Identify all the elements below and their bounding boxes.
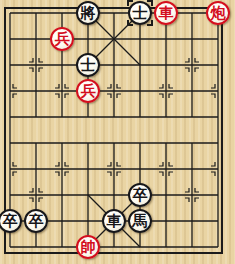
piece-black-advisor[interactable]: 士 <box>128 1 152 25</box>
piece-layer: 將士車炮兵士兵卒卒卒車馬帥 <box>0 0 231 260</box>
piece-black-pawn[interactable]: 卒 <box>0 209 22 233</box>
piece-red-pawn[interactable]: 兵 <box>50 27 74 51</box>
piece-black-horse[interactable]: 馬 <box>128 209 152 233</box>
piece-black-pawn[interactable]: 卒 <box>128 183 152 207</box>
piece-red-rook[interactable]: 車 <box>154 1 178 25</box>
piece-black-general[interactable]: 將 <box>76 1 100 25</box>
piece-red-king[interactable]: 帥 <box>76 235 100 259</box>
piece-red-pawn[interactable]: 兵 <box>76 79 100 103</box>
piece-red-cannon[interactable]: 炮 <box>206 1 230 25</box>
piece-black-advisor[interactable]: 士 <box>76 53 100 77</box>
piece-black-pawn[interactable]: 卒 <box>24 209 48 233</box>
piece-black-rook[interactable]: 車 <box>102 209 126 233</box>
xiangqi-board: 將士車炮兵士兵卒卒卒車馬帥 <box>0 0 235 264</box>
